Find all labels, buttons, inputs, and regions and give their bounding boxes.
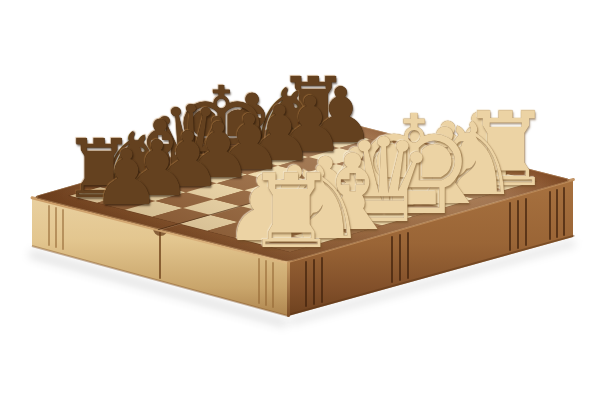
chess-photo-scene: ♜♞♝♛♚♝♞♜♟♟♟♟♟♟♟♟♟♟♟♟♟♟♟♟♜♞♝♛♚♝♞♜ — [0, 0, 600, 400]
piece-white-rook-a1[interactable]: ♜ — [246, 161, 338, 264]
piece-black-pawn-a7[interactable]: ♟ — [92, 140, 161, 217]
pieces-layer: ♜♞♝♛♚♝♞♜♟♟♟♟♟♟♟♟♟♟♟♟♟♟♟♟♜♞♝♛♚♝♞♜ — [0, 0, 600, 400]
